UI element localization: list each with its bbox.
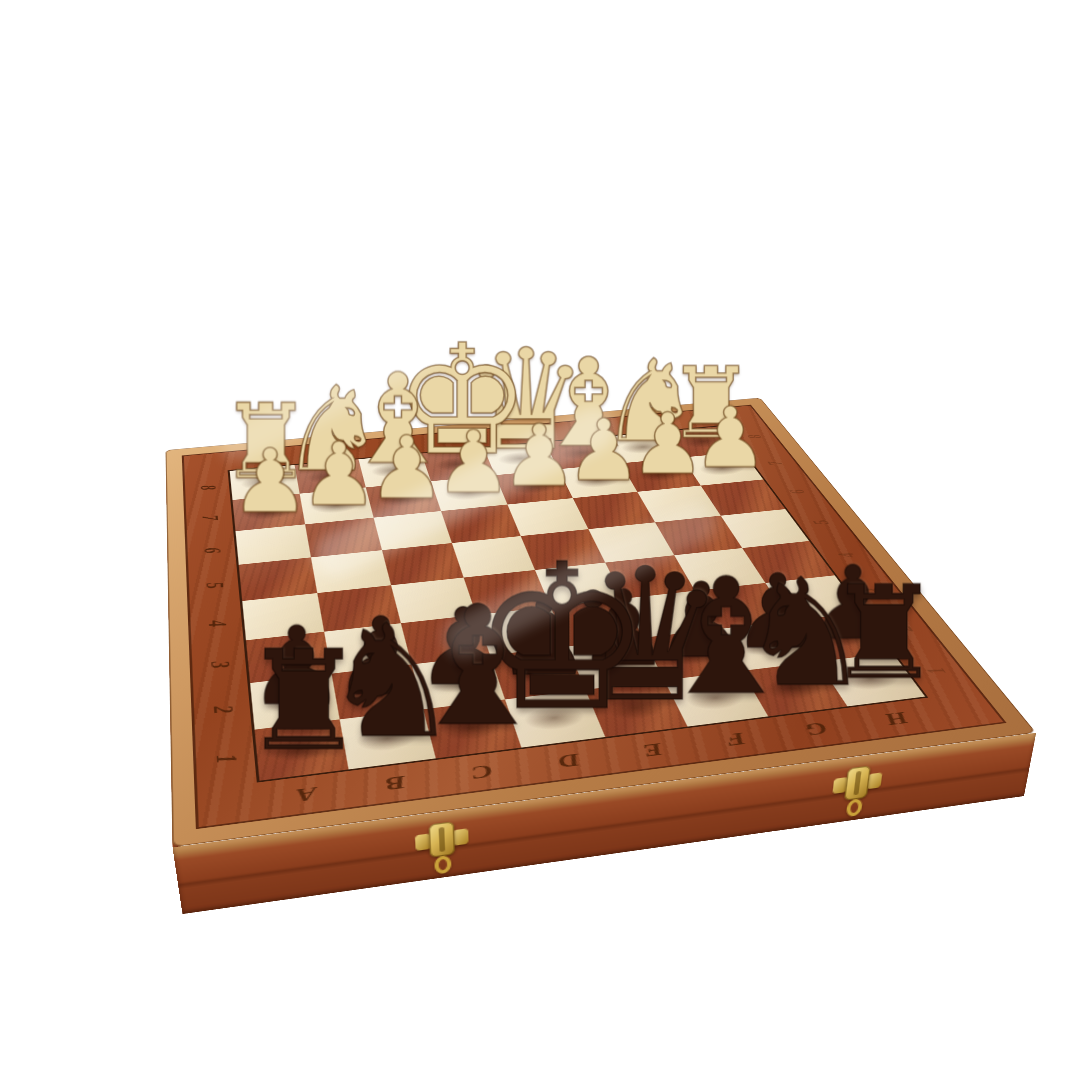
cell-a7: ♟ (233, 494, 306, 532)
piece-white-pawn-a7: ♟ (231, 437, 310, 525)
rank-label-5: 5 (201, 581, 226, 590)
product-photo-canvas: 87654321 ABCDEFGH 87654321 ♜♞♝♚♛♝♞♜♟♟♟♟♟… (0, 0, 1080, 1080)
latch-hasp-icon (429, 821, 455, 858)
piece-white-pawn-b7: ♟ (300, 431, 378, 518)
chess-board-3d: 87654321 ABCDEFGH 87654321 ♜♞♝♚♛♝♞♜♟♟♟♟♟… (166, 398, 1037, 848)
scene: 87654321 ABCDEFGH 87654321 ♜♞♝♚♛♝♞♜♟♟♟♟♟… (0, 0, 1080, 1080)
rank-label-2: 2 (208, 704, 236, 715)
latch-hasp-icon (844, 765, 871, 800)
latch-ring-icon (435, 855, 452, 875)
piece-white-pawn-c7: ♟ (368, 425, 446, 512)
rank-label-6: 6 (786, 489, 807, 495)
brass-latch-right (829, 761, 884, 823)
rank-label-8: 8 (196, 484, 218, 491)
latch-ring-icon (846, 798, 863, 817)
piece-white-pawn-e7: ♟ (501, 414, 578, 499)
rank-label-7: 7 (198, 514, 221, 521)
rank-label-4: 4 (203, 619, 229, 628)
rank-label-3: 3 (206, 659, 233, 669)
rank-label-7: 7 (765, 461, 785, 467)
rank-label-5: 5 (810, 519, 832, 525)
brass-latch-left (415, 817, 470, 881)
rank-label-6: 6 (199, 546, 223, 554)
latch-wing-icon (453, 828, 469, 846)
piece-white-pawn-d7: ♟ (435, 419, 512, 505)
piece-black-rook-a1: ♜ (242, 633, 366, 771)
